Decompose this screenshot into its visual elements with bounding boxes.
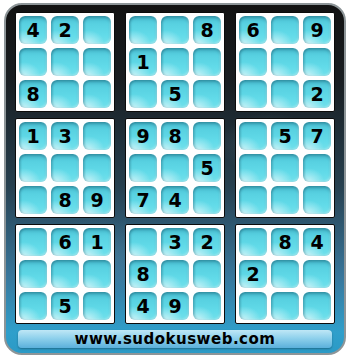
sudoku-cell-r3c1: 8 [19, 80, 47, 108]
sudoku-cell-r7c8: 8 [271, 228, 299, 256]
footer-band: www.sudokusweb.com [18, 330, 332, 348]
sudoku-cell-r3c6[interactable] [193, 80, 221, 108]
sudoku-cell-r6c3: 9 [83, 186, 111, 214]
sudoku-box-1: 428 [15, 12, 115, 112]
sudoku-box-6: 57 [235, 118, 335, 218]
sudoku-cell-r1c4[interactable] [129, 16, 157, 44]
sudoku-cell-r6c1[interactable] [19, 186, 47, 214]
sudoku-cell-r1c9: 9 [303, 16, 331, 44]
sudoku-box-8: 32849 [125, 224, 225, 324]
sudoku-cell-r4c3[interactable] [83, 122, 111, 150]
sudoku-cell-r6c2: 8 [51, 186, 79, 214]
sudoku-cell-r9c1[interactable] [19, 292, 47, 320]
sudoku-cell-r1c2: 2 [51, 16, 79, 44]
sudoku-cell-r2c1[interactable] [19, 48, 47, 76]
sudoku-cell-r1c8[interactable] [271, 16, 299, 44]
sudoku-cell-r6c5: 4 [161, 186, 189, 214]
sudoku-cell-r2c4: 1 [129, 48, 157, 76]
sudoku-cell-r5c9[interactable] [303, 154, 331, 182]
sudoku-cell-r4c8: 5 [271, 122, 299, 150]
sudoku-cell-r4c7[interactable] [239, 122, 267, 150]
sudoku-cell-r8c1[interactable] [19, 260, 47, 288]
sudoku-cell-r6c4: 7 [129, 186, 157, 214]
sudoku-cell-r8c6[interactable] [193, 260, 221, 288]
sudoku-cell-r1c6: 8 [193, 16, 221, 44]
sudoku-box-5: 98574 [125, 118, 225, 218]
sudoku-cell-r5c6: 5 [193, 154, 221, 182]
sudoku-cell-r3c8[interactable] [271, 80, 299, 108]
sudoku-cell-r1c7: 6 [239, 16, 267, 44]
sudoku-cell-r3c4[interactable] [129, 80, 157, 108]
sudoku-cell-r5c2[interactable] [51, 154, 79, 182]
sudoku-cell-r7c6: 2 [193, 228, 221, 256]
sudoku-cell-r5c1[interactable] [19, 154, 47, 182]
sudoku-cell-r8c7: 2 [239, 260, 267, 288]
sudoku-cell-r7c2: 6 [51, 228, 79, 256]
sudoku-cell-r6c9[interactable] [303, 186, 331, 214]
sudoku-cell-r8c2[interactable] [51, 260, 79, 288]
sudoku-cell-r4c4: 9 [129, 122, 157, 150]
sudoku-cell-r2c7[interactable] [239, 48, 267, 76]
sudoku-cell-r4c2: 3 [51, 122, 79, 150]
sudoku-cell-r3c2[interactable] [51, 80, 79, 108]
sudoku-box-3: 692 [235, 12, 335, 112]
sudoku-cell-r2c2[interactable] [51, 48, 79, 76]
sudoku-cell-r3c5: 5 [161, 80, 189, 108]
sudoku-cell-r7c4[interactable] [129, 228, 157, 256]
sudoku-cell-r9c7[interactable] [239, 292, 267, 320]
sudoku-cell-r6c7[interactable] [239, 186, 267, 214]
sudoku-box-4: 1389 [15, 118, 115, 218]
sudoku-cell-r9c9[interactable] [303, 292, 331, 320]
sudoku-cell-r7c1[interactable] [19, 228, 47, 256]
sudoku-cell-r8c5[interactable] [161, 260, 189, 288]
sudoku-cell-r7c3: 1 [83, 228, 111, 256]
sudoku-cell-r5c4[interactable] [129, 154, 157, 182]
sudoku-cell-r3c9: 2 [303, 80, 331, 108]
sudoku-cell-r1c5[interactable] [161, 16, 189, 44]
sudoku-cell-r1c3[interactable] [83, 16, 111, 44]
sudoku-cell-r8c3[interactable] [83, 260, 111, 288]
sudoku-box-7: 615 [15, 224, 115, 324]
sudoku-cell-r2c9[interactable] [303, 48, 331, 76]
sudoku-cell-r8c8[interactable] [271, 260, 299, 288]
sudoku-cell-r4c6[interactable] [193, 122, 221, 150]
sudoku-cell-r5c7[interactable] [239, 154, 267, 182]
sudoku-cell-r1c1: 4 [19, 16, 47, 44]
sudoku-cell-r7c7[interactable] [239, 228, 267, 256]
sudoku-cell-r9c5: 9 [161, 292, 189, 320]
sudoku-cell-r4c9: 7 [303, 122, 331, 150]
sudoku-cell-r5c3[interactable] [83, 154, 111, 182]
sudoku-cell-r4c5: 8 [161, 122, 189, 150]
site-url-link[interactable]: www.sudokusweb.com [75, 330, 276, 348]
sudoku-cell-r9c3[interactable] [83, 292, 111, 320]
sudoku-cell-r2c3[interactable] [83, 48, 111, 76]
sudoku-cell-r3c7[interactable] [239, 80, 267, 108]
sudoku-cell-r2c8[interactable] [271, 48, 299, 76]
sudoku-cell-r9c8[interactable] [271, 292, 299, 320]
sudoku-board: 4288156921389985745761532849842 [15, 12, 335, 324]
sudoku-cell-r7c5: 3 [161, 228, 189, 256]
sudoku-cell-r6c8[interactable] [271, 186, 299, 214]
sudoku-box-9: 842 [235, 224, 335, 324]
sudoku-cell-r6c6[interactable] [193, 186, 221, 214]
sudoku-cell-r5c8[interactable] [271, 154, 299, 182]
sudoku-cell-r2c5[interactable] [161, 48, 189, 76]
sudoku-cell-r2c6[interactable] [193, 48, 221, 76]
sudoku-board-frame: 4288156921389985745761532849842 www.sudo… [4, 3, 346, 355]
sudoku-cell-r4c1: 1 [19, 122, 47, 150]
sudoku-cell-r8c4: 8 [129, 260, 157, 288]
sudoku-cell-r8c9[interactable] [303, 260, 331, 288]
sudoku-cell-r9c4: 4 [129, 292, 157, 320]
sudoku-cell-r5c5[interactable] [161, 154, 189, 182]
sudoku-cell-r3c3[interactable] [83, 80, 111, 108]
sudoku-cell-r7c9: 4 [303, 228, 331, 256]
sudoku-cell-r9c6[interactable] [193, 292, 221, 320]
sudoku-box-2: 815 [125, 12, 225, 112]
sudoku-cell-r9c2: 5 [51, 292, 79, 320]
